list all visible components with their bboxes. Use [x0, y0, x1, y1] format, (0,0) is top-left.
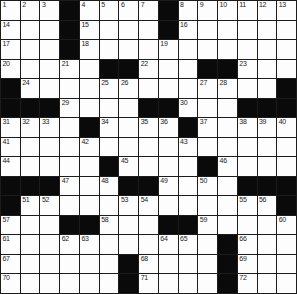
black-cell-r10c13: [238, 177, 257, 196]
black-cell-r2c9: [159, 21, 178, 40]
white-cell-r13c2[interactable]: [21, 235, 40, 254]
white-cell-r15c9[interactable]: [159, 274, 178, 293]
white-cell-r7c4[interactable]: [60, 118, 79, 137]
clue-number-63: 63: [81, 235, 88, 243]
white-cell-r13c11[interactable]: [198, 235, 217, 254]
white-cell-r8c13[interactable]: [238, 138, 257, 157]
white-cell-r5c10[interactable]: [179, 79, 198, 98]
white-cell-r11c2[interactable]: 51: [21, 196, 40, 215]
white-cell-r13c4[interactable]: 62: [60, 235, 79, 254]
white-cell-r7c13[interactable]: 38: [238, 118, 257, 137]
clue-number-35: 35: [141, 118, 148, 126]
clue-number-28: 28: [220, 79, 227, 87]
clue-number-33: 33: [42, 118, 49, 126]
clue-number-26: 26: [121, 79, 128, 87]
white-cell-r7c6[interactable]: 34: [100, 118, 119, 137]
white-cell-r2c12[interactable]: [218, 21, 237, 40]
clue-number-67: 67: [3, 255, 10, 263]
white-cell-r5c14[interactable]: [258, 79, 277, 98]
white-cell-r12c15[interactable]: 60: [277, 216, 296, 235]
clue-number-72: 72: [239, 274, 246, 282]
white-cell-r13c13[interactable]: 66: [238, 235, 257, 254]
clue-number-27: 27: [200, 79, 207, 87]
white-cell-r15c6[interactable]: [100, 274, 119, 293]
black-cell-r12c4: [60, 216, 79, 235]
clue-number-71: 71: [141, 274, 148, 282]
black-cell-r6c15: [277, 99, 296, 118]
clue-number-69: 69: [239, 255, 246, 263]
clue-number-32: 32: [22, 118, 29, 126]
white-cell-r13c5[interactable]: 63: [80, 235, 99, 254]
clue-number-3: 3: [42, 1, 46, 9]
white-cell-r5c11[interactable]: 27: [198, 79, 217, 98]
black-cell-r10c14: [258, 177, 277, 196]
white-cell-r4c1[interactable]: 20: [1, 60, 20, 79]
white-cell-r4c15[interactable]: [277, 60, 296, 79]
white-cell-r9c13[interactable]: [238, 157, 257, 176]
white-cell-r9c5[interactable]: [80, 157, 99, 176]
white-cell-r14c9[interactable]: [159, 255, 178, 274]
white-cell-r10c4[interactable]: 47: [60, 177, 79, 196]
clue-number-17: 17: [3, 40, 10, 48]
clue-number-65: 65: [180, 235, 187, 243]
clue-number-40: 40: [279, 118, 286, 126]
white-cell-r7c7[interactable]: [119, 118, 138, 137]
white-cell-r9c8[interactable]: [139, 157, 158, 176]
white-cell-r11c7[interactable]: 53: [119, 196, 138, 215]
white-cell-r14c6[interactable]: [100, 255, 119, 274]
black-cell-r11c15: [277, 196, 296, 215]
white-cell-r3c6[interactable]: [100, 40, 119, 59]
white-cell-r9c1[interactable]: 44: [1, 157, 20, 176]
white-cell-r5c3[interactable]: [40, 79, 59, 98]
white-cell-r4c2[interactable]: [21, 60, 40, 79]
clue-number-54: 54: [141, 196, 148, 204]
white-cell-r3c5[interactable]: 18: [80, 40, 99, 59]
white-cell-r6c6[interactable]: [100, 99, 119, 118]
white-cell-r14c3[interactable]: [40, 255, 59, 274]
clue-number-1: 1: [3, 1, 7, 9]
clue-number-14: 14: [3, 21, 10, 29]
black-cell-r10c1: [1, 177, 20, 196]
white-cell-r1c7[interactable]: 6: [119, 1, 138, 20]
white-cell-r5c12[interactable]: 28: [218, 79, 237, 98]
white-cell-r7c8[interactable]: 35: [139, 118, 158, 137]
white-cell-r11c13[interactable]: 55: [238, 196, 257, 215]
white-cell-r1c14[interactable]: 12: [258, 1, 277, 20]
white-cell-r8c2[interactable]: [21, 138, 40, 157]
black-cell-r6c9: [159, 99, 178, 118]
white-cell-r12c3[interactable]: [40, 216, 59, 235]
clue-number-52: 52: [42, 196, 49, 204]
clue-number-29: 29: [62, 99, 69, 107]
clue-number-58: 58: [101, 216, 108, 224]
black-cell-r6c13: [238, 99, 257, 118]
white-cell-r3c9[interactable]: 19: [159, 40, 178, 59]
clue-number-44: 44: [3, 157, 10, 165]
white-cell-r11c10[interactable]: [179, 196, 198, 215]
white-cell-r13c7[interactable]: [119, 235, 138, 254]
black-cell-r1c4: [60, 1, 79, 20]
black-cell-r5c1: [1, 79, 20, 98]
black-cell-r4c11: [198, 60, 217, 79]
white-cell-r1c6[interactable]: 5: [100, 1, 119, 20]
black-cell-r12c10: [179, 216, 198, 235]
black-cell-r6c1: [1, 99, 20, 118]
white-cell-r3c8[interactable]: [139, 40, 158, 59]
black-cell-r14c7: [119, 255, 138, 274]
white-cell-r14c5[interactable]: [80, 255, 99, 274]
white-cell-r2c1[interactable]: 14: [1, 21, 20, 40]
white-cell-r9c9[interactable]: [159, 157, 178, 176]
white-cell-r12c14[interactable]: [258, 216, 277, 235]
clue-number-50: 50: [200, 177, 207, 185]
black-cell-r10c7: [119, 177, 138, 196]
black-cell-r4c6: [100, 60, 119, 79]
clue-number-48: 48: [101, 177, 108, 185]
white-cell-r9c15[interactable]: [277, 157, 296, 176]
clue-number-34: 34: [101, 118, 108, 126]
white-cell-r10c9[interactable]: 49: [159, 177, 178, 196]
clue-number-6: 6: [121, 1, 125, 9]
white-cell-r7c9[interactable]: 36: [159, 118, 178, 137]
white-cell-r9c10[interactable]: [179, 157, 198, 176]
white-cell-r9c14[interactable]: [258, 157, 277, 176]
black-cell-r11c1: [1, 196, 20, 215]
white-cell-r6c12[interactable]: [218, 99, 237, 118]
white-cell-r3c13[interactable]: [238, 40, 257, 59]
white-cell-r8c15[interactable]: [277, 138, 296, 157]
white-cell-r5c13[interactable]: [238, 79, 257, 98]
black-cell-r9c6: [100, 157, 119, 176]
white-cell-r11c14[interactable]: 56: [258, 196, 277, 215]
black-cell-r4c7: [119, 60, 138, 79]
clue-number-2: 2: [22, 1, 26, 9]
white-cell-r3c14[interactable]: [258, 40, 277, 59]
white-cell-r13c9[interactable]: 64: [159, 235, 178, 254]
white-cell-r1c12[interactable]: 10: [218, 1, 237, 20]
white-cell-r14c14[interactable]: [258, 255, 277, 274]
white-cell-r3c3[interactable]: [40, 40, 59, 59]
white-cell-r4c5[interactable]: [80, 60, 99, 79]
white-cell-r5c7[interactable]: 26: [119, 79, 138, 98]
white-cell-r15c15[interactable]: [277, 274, 296, 293]
clue-number-66: 66: [239, 235, 246, 243]
clue-number-46: 46: [220, 157, 227, 165]
clue-number-15: 15: [81, 21, 88, 29]
white-cell-r10c6[interactable]: 48: [100, 177, 119, 196]
clue-number-22: 22: [141, 60, 148, 68]
white-cell-r6c10[interactable]: 30: [179, 99, 198, 118]
white-cell-r13c14[interactable]: [258, 235, 277, 254]
white-cell-r11c4[interactable]: [60, 196, 79, 215]
white-cell-r3c7[interactable]: [119, 40, 138, 59]
clue-number-45: 45: [121, 157, 128, 165]
black-cell-r4c12: [218, 60, 237, 79]
clue-number-31: 31: [3, 118, 10, 126]
white-cell-r8c14[interactable]: [258, 138, 277, 157]
clue-number-55: 55: [239, 196, 246, 204]
white-cell-r2c10[interactable]: 16: [179, 21, 198, 40]
white-cell-r2c7[interactable]: [119, 21, 138, 40]
black-cell-r1c9: [159, 1, 178, 20]
clue-number-7: 7: [141, 1, 145, 9]
white-cell-r7c1[interactable]: 31: [1, 118, 20, 137]
clue-number-57: 57: [3, 216, 10, 224]
white-cell-r8c3[interactable]: [40, 138, 59, 157]
white-cell-r5c9[interactable]: [159, 79, 178, 98]
white-cell-r1c2[interactable]: 2: [21, 1, 40, 20]
clue-number-70: 70: [3, 274, 10, 282]
black-cell-r10c3: [40, 177, 59, 196]
black-cell-r13c12: [218, 235, 237, 254]
white-cell-r13c1[interactable]: 61: [1, 235, 20, 254]
white-cell-r14c13[interactable]: 69: [238, 255, 257, 274]
black-cell-r5c15: [277, 79, 296, 98]
white-cell-r13c3[interactable]: [40, 235, 59, 254]
white-cell-r15c14[interactable]: [258, 274, 277, 293]
white-cell-r12c12[interactable]: [218, 216, 237, 235]
white-cell-r2c11[interactable]: [198, 21, 217, 40]
white-cell-r15c11[interactable]: [198, 274, 217, 293]
white-cell-r7c11[interactable]: 37: [198, 118, 217, 137]
clue-number-68: 68: [141, 255, 148, 263]
white-cell-r8c11[interactable]: [198, 138, 217, 157]
black-cell-r14c12: [218, 255, 237, 274]
white-cell-r8c12[interactable]: [218, 138, 237, 157]
white-cell-r3c15[interactable]: [277, 40, 296, 59]
white-cell-r12c11[interactable]: 59: [198, 216, 217, 235]
white-cell-r3c1[interactable]: 17: [1, 40, 20, 59]
white-cell-r12c7[interactable]: [119, 216, 138, 235]
white-cell-r2c8[interactable]: [139, 21, 158, 40]
clue-number-5: 5: [101, 1, 105, 9]
clue-number-49: 49: [160, 177, 167, 185]
clue-number-41: 41: [3, 138, 10, 146]
white-cell-r5c8[interactable]: [139, 79, 158, 98]
clue-number-21: 21: [62, 60, 69, 68]
white-cell-r11c5[interactable]: [80, 196, 99, 215]
black-cell-r10c2: [21, 177, 40, 196]
white-cell-r13c8[interactable]: [139, 235, 158, 254]
white-cell-r1c11[interactable]: 9: [198, 1, 217, 20]
white-cell-r8c9[interactable]: [159, 138, 178, 157]
white-cell-r12c13[interactable]: [238, 216, 257, 235]
white-cell-r2c15[interactable]: [277, 21, 296, 40]
white-cell-r5c5[interactable]: [80, 79, 99, 98]
white-cell-r4c8[interactable]: 22: [139, 60, 158, 79]
white-cell-r9c3[interactable]: [40, 157, 59, 176]
black-cell-r6c3: [40, 99, 59, 118]
white-cell-r2c3[interactable]: [40, 21, 59, 40]
white-cell-r15c10[interactable]: [179, 274, 198, 293]
clue-number-8: 8: [180, 1, 184, 9]
clue-number-43: 43: [180, 138, 187, 146]
clue-number-11: 11: [239, 1, 246, 9]
black-cell-r10c15: [277, 177, 296, 196]
white-cell-r4c14[interactable]: [258, 60, 277, 79]
black-cell-r6c8: [139, 99, 158, 118]
white-cell-r1c3[interactable]: 3: [40, 1, 59, 20]
black-cell-r12c5: [80, 216, 99, 235]
white-cell-r12c1[interactable]: 57: [1, 216, 20, 235]
white-cell-r14c10[interactable]: [179, 255, 198, 274]
clue-number-30: 30: [180, 99, 187, 107]
clue-number-23: 23: [239, 60, 246, 68]
black-cell-r10c8: [139, 177, 158, 196]
white-cell-r11c6[interactable]: [100, 196, 119, 215]
white-cell-r4c13[interactable]: 23: [238, 60, 257, 79]
white-cell-r10c10[interactable]: [179, 177, 198, 196]
white-cell-r7c15[interactable]: 40: [277, 118, 296, 137]
clue-number-13: 13: [279, 1, 286, 9]
clue-number-10: 10: [220, 1, 227, 9]
white-cell-r1c10[interactable]: 8: [179, 1, 198, 20]
white-cell-r14c1[interactable]: 67: [1, 255, 20, 274]
white-cell-r14c4[interactable]: [60, 255, 79, 274]
white-cell-r8c10[interactable]: 43: [179, 138, 198, 157]
white-cell-r8c8[interactable]: [139, 138, 158, 157]
black-cell-r9c11: [198, 157, 217, 176]
white-cell-r15c1[interactable]: 70: [1, 274, 20, 293]
black-cell-r7c10: [179, 118, 198, 137]
white-cell-r13c6[interactable]: [100, 235, 119, 254]
white-cell-r15c5[interactable]: [80, 274, 99, 293]
clue-number-25: 25: [101, 79, 108, 87]
clue-number-42: 42: [81, 138, 88, 146]
clue-number-9: 9: [200, 1, 204, 9]
white-cell-r14c8[interactable]: 68: [139, 255, 158, 274]
white-cell-r2c2[interactable]: [21, 21, 40, 40]
black-cell-r15c12: [218, 274, 237, 293]
white-cell-r3c10[interactable]: [179, 40, 198, 59]
white-cell-r2c5[interactable]: 15: [80, 21, 99, 40]
white-cell-r3c11[interactable]: [198, 40, 217, 59]
crossword-board: 1234567891011121314151617181920212223242…: [0, 0, 297, 294]
black-cell-r2c4: [60, 21, 79, 40]
clue-number-64: 64: [160, 235, 167, 243]
white-cell-r12c2[interactable]: [21, 216, 40, 235]
white-cell-r8c1[interactable]: 41: [1, 138, 20, 157]
black-cell-r15c7: [119, 274, 138, 293]
clue-number-53: 53: [121, 196, 128, 204]
clue-number-51: 51: [22, 196, 29, 204]
white-cell-r1c8[interactable]: 7: [139, 1, 158, 20]
white-cell-r10c5[interactable]: [80, 177, 99, 196]
clue-number-47: 47: [62, 177, 69, 185]
white-cell-r4c4[interactable]: 21: [60, 60, 79, 79]
white-cell-r14c11[interactable]: [198, 255, 217, 274]
black-cell-r3c4: [60, 40, 79, 59]
white-cell-r11c3[interactable]: 52: [40, 196, 59, 215]
white-cell-r6c4[interactable]: 29: [60, 99, 79, 118]
white-cell-r15c13[interactable]: 72: [238, 274, 257, 293]
white-cell-r11c11[interactable]: [198, 196, 217, 215]
clue-number-20: 20: [3, 60, 10, 68]
white-cell-r9c7[interactable]: 45: [119, 157, 138, 176]
black-cell-r6c2: [21, 99, 40, 118]
black-cell-r12c9: [159, 216, 178, 235]
white-cell-r12c6[interactable]: 58: [100, 216, 119, 235]
white-cell-r6c11[interactable]: [198, 99, 217, 118]
white-cell-r14c15[interactable]: [277, 255, 296, 274]
white-cell-r9c4[interactable]: [60, 157, 79, 176]
white-cell-r7c14[interactable]: 39: [258, 118, 277, 137]
white-cell-r13c10[interactable]: 65: [179, 235, 198, 254]
clue-number-4: 4: [81, 1, 85, 9]
white-cell-r7c12[interactable]: [218, 118, 237, 137]
white-cell-r5c2[interactable]: 24: [21, 79, 40, 98]
white-cell-r10c12[interactable]: [218, 177, 237, 196]
clue-number-38: 38: [239, 118, 246, 126]
white-cell-r15c2[interactable]: [21, 274, 40, 293]
white-cell-r2c13[interactable]: [238, 21, 257, 40]
white-cell-r6c7[interactable]: [119, 99, 138, 118]
clue-number-62: 62: [62, 235, 69, 243]
white-cell-r2c14[interactable]: [258, 21, 277, 40]
white-cell-r1c1[interactable]: 1: [1, 1, 20, 20]
white-cell-r1c5[interactable]: 4: [80, 1, 99, 20]
clue-number-59: 59: [200, 216, 207, 224]
white-cell-r15c3[interactable]: [40, 274, 59, 293]
clue-number-36: 36: [160, 118, 167, 126]
white-cell-r3c12[interactable]: [218, 40, 237, 59]
white-cell-r11c8[interactable]: 54: [139, 196, 158, 215]
white-cell-r7c3[interactable]: 33: [40, 118, 59, 137]
clue-number-56: 56: [259, 196, 266, 204]
clue-number-12: 12: [259, 1, 266, 9]
white-cell-r4c3[interactable]: [40, 60, 59, 79]
clue-number-24: 24: [22, 79, 29, 87]
clue-number-16: 16: [180, 21, 187, 29]
clue-number-37: 37: [200, 118, 207, 126]
white-cell-r1c13[interactable]: 11: [238, 1, 257, 20]
clue-number-39: 39: [259, 118, 266, 126]
white-cell-r7c2[interactable]: 32: [21, 118, 40, 137]
white-cell-r4c9[interactable]: [159, 60, 178, 79]
white-cell-r8c5[interactable]: 42: [80, 138, 99, 157]
white-cell-r9c12[interactable]: 46: [218, 157, 237, 176]
white-cell-r8c6[interactable]: [100, 138, 119, 157]
clue-number-19: 19: [160, 40, 167, 48]
white-cell-r9c2[interactable]: [21, 157, 40, 176]
white-cell-r5c6[interactable]: 25: [100, 79, 119, 98]
white-cell-r8c4[interactable]: [60, 138, 79, 157]
white-cell-r1c15[interactable]: 13: [277, 1, 296, 20]
white-cell-r11c9[interactable]: [159, 196, 178, 215]
white-cell-r5c4[interactable]: [60, 79, 79, 98]
white-cell-r11c12[interactable]: [218, 196, 237, 215]
clue-number-18: 18: [81, 40, 88, 48]
white-cell-r14c2[interactable]: [21, 255, 40, 274]
white-cell-r3c2[interactable]: [21, 40, 40, 59]
clue-number-60: 60: [279, 216, 286, 224]
white-cell-r8c7[interactable]: [119, 138, 138, 157]
white-cell-r4c10[interactable]: [179, 60, 198, 79]
clue-number-61: 61: [3, 235, 10, 243]
white-cell-r15c4[interactable]: [60, 274, 79, 293]
white-cell-r10c11[interactable]: 50: [198, 177, 217, 196]
black-cell-r7c5: [80, 118, 99, 137]
white-cell-r2c6[interactable]: [100, 21, 119, 40]
black-cell-r6c14: [258, 99, 277, 118]
white-cell-r13c15[interactable]: [277, 235, 296, 254]
white-cell-r15c8[interactable]: 71: [139, 274, 158, 293]
white-cell-r12c8[interactable]: [139, 216, 158, 235]
white-cell-r6c5[interactable]: [80, 99, 99, 118]
